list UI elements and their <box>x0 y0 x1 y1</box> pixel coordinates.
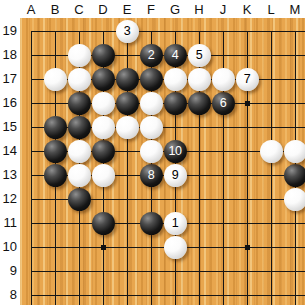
black-stone <box>68 116 91 139</box>
white-stone <box>68 44 91 67</box>
star-point <box>101 245 106 250</box>
grid-vertical-line <box>31 31 32 305</box>
white-stone <box>188 68 211 91</box>
black-stone: 6 <box>212 92 235 115</box>
white-stone <box>68 140 91 163</box>
board-wood[interactable] <box>20 18 305 305</box>
black-stone <box>116 92 139 115</box>
black-stone <box>68 188 91 211</box>
column-label: J <box>220 2 227 17</box>
row-label: 9 <box>0 264 17 278</box>
row-label: 10 <box>0 240 17 254</box>
grid-horizontal-line <box>31 295 305 296</box>
row-label: 18 <box>0 48 17 62</box>
move-number: 9 <box>172 164 178 187</box>
row-label: 14 <box>0 144 17 158</box>
column-label: B <box>51 2 60 17</box>
row-label: 12 <box>0 192 17 206</box>
black-stone: 10 <box>164 140 187 163</box>
row-label: 11 <box>0 216 17 230</box>
black-stone <box>92 140 115 163</box>
white-stone <box>92 92 115 115</box>
move-number: 3 <box>124 20 130 43</box>
column-label: G <box>170 2 180 17</box>
row-label: 15 <box>0 120 17 134</box>
column-label: L <box>267 2 274 17</box>
row-label: 13 <box>0 168 17 182</box>
black-stone <box>44 164 67 187</box>
black-stone <box>92 212 115 235</box>
white-stone <box>284 188 306 211</box>
white-stone <box>92 164 115 187</box>
white-stone <box>164 236 187 259</box>
white-stone <box>92 116 115 139</box>
white-stone: 7 <box>236 68 259 91</box>
row-label: 17 <box>0 72 17 86</box>
column-label: F <box>147 2 155 17</box>
black-stone <box>140 68 163 91</box>
star-point <box>245 245 250 250</box>
white-stone <box>164 68 187 91</box>
column-label: C <box>74 2 83 17</box>
white-stone <box>212 68 235 91</box>
column-label: K <box>243 2 252 17</box>
star-point <box>245 101 250 106</box>
grid-vertical-line <box>271 31 272 305</box>
move-number: 5 <box>196 44 202 67</box>
white-stone <box>68 68 91 91</box>
grid-horizontal-line <box>31 271 305 272</box>
white-stone <box>284 140 306 163</box>
black-stone <box>164 92 187 115</box>
black-stone: 4 <box>164 44 187 67</box>
row-label: 19 <box>0 24 17 38</box>
white-stone: 1 <box>164 212 187 235</box>
move-number: 10 <box>169 140 182 163</box>
white-stone: 9 <box>164 164 187 187</box>
black-stone <box>116 68 139 91</box>
white-stone <box>68 164 91 187</box>
row-label: 16 <box>0 96 17 110</box>
white-stone <box>140 116 163 139</box>
white-stone <box>116 116 139 139</box>
white-stone <box>260 140 283 163</box>
black-stone <box>92 44 115 67</box>
column-label: H <box>194 2 203 17</box>
grid-horizontal-line <box>31 31 305 32</box>
move-number: 1 <box>172 212 178 235</box>
black-stone <box>44 140 67 163</box>
white-stone: 5 <box>188 44 211 67</box>
column-label: E <box>123 2 132 17</box>
black-stone <box>44 116 67 139</box>
black-stone <box>92 68 115 91</box>
black-stone <box>140 212 163 235</box>
white-stone <box>140 92 163 115</box>
move-number: 8 <box>148 164 154 187</box>
row-label: 8 <box>0 288 17 302</box>
move-number: 7 <box>244 68 250 91</box>
black-stone <box>68 92 91 115</box>
white-stone: 3 <box>116 20 139 43</box>
black-stone: 2 <box>140 44 163 67</box>
black-stone <box>188 92 211 115</box>
go-board-diagram: ABCDEFGHJKLM 1918171615141312111098 2461… <box>0 0 305 305</box>
column-label: M <box>290 2 301 17</box>
column-label: D <box>98 2 107 17</box>
white-stone <box>44 68 67 91</box>
black-stone <box>284 164 306 187</box>
move-number: 4 <box>172 44 178 67</box>
move-number: 2 <box>148 44 154 67</box>
move-number: 6 <box>220 92 226 115</box>
column-label: A <box>27 2 36 17</box>
white-stone <box>140 140 163 163</box>
black-stone: 8 <box>140 164 163 187</box>
